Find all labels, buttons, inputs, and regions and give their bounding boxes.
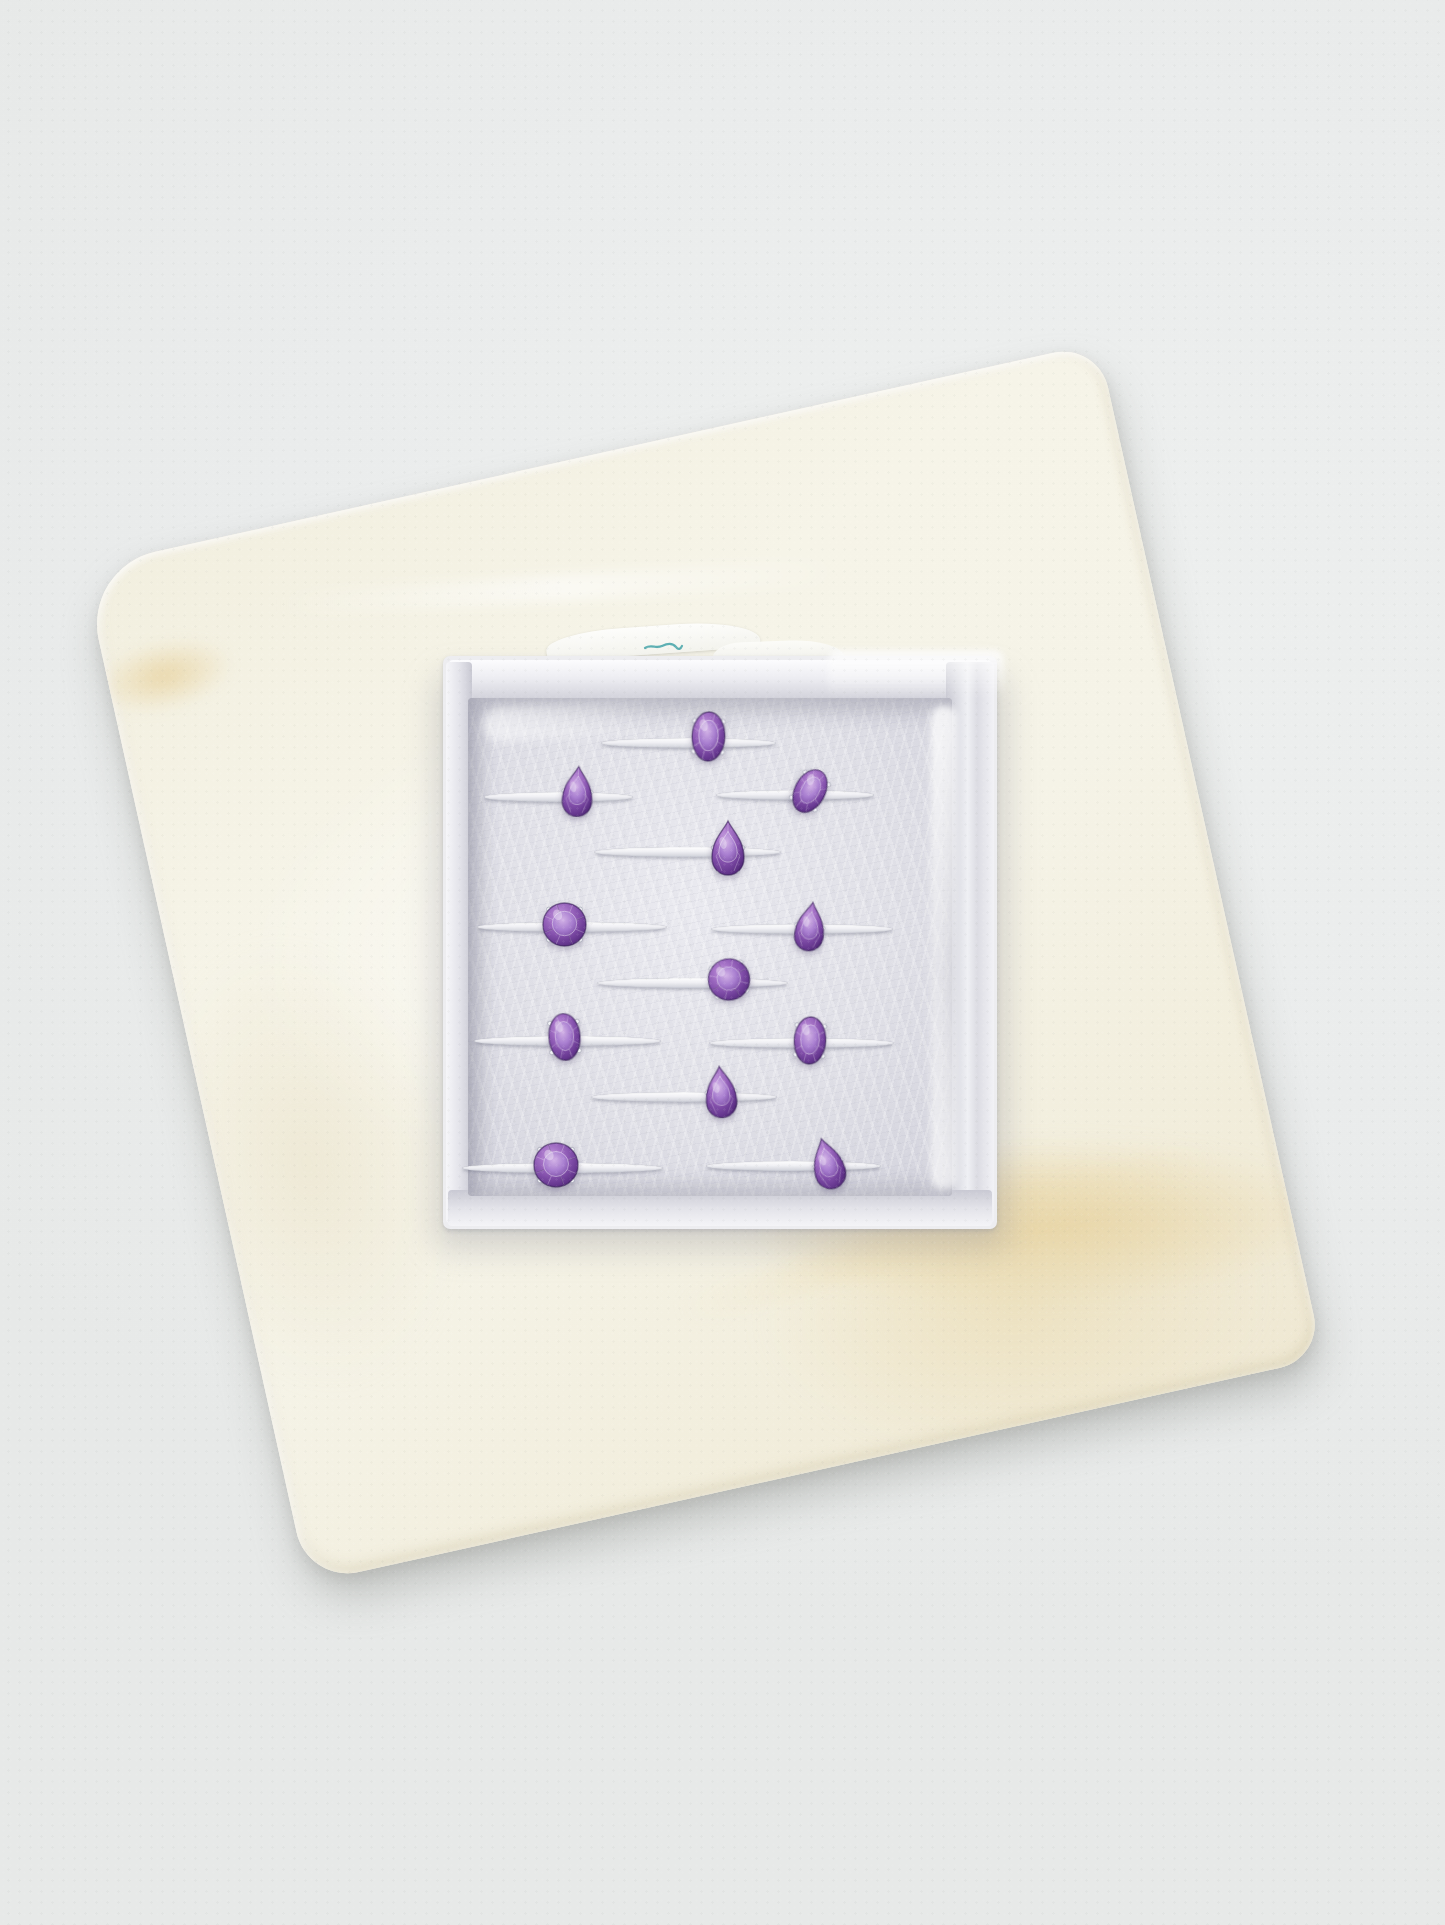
scene-photo [0, 0, 1445, 1925]
ring-stone-pear [789, 898, 831, 955]
ring-stone-pear [802, 1131, 853, 1196]
ring-stone-round [532, 1141, 580, 1189]
ring-stone-round [541, 901, 588, 948]
ring-stone-pear [708, 819, 748, 877]
ring-band [594, 847, 781, 857]
ring-band [706, 1161, 881, 1171]
ring-stone-pear [700, 1063, 742, 1122]
ring-stone-oval [689, 709, 728, 763]
ring-stone-pear [557, 762, 597, 821]
ring-stone-round [701, 952, 757, 1006]
rings-layer [0, 0, 1445, 1925]
ring-band [601, 738, 776, 748]
ring-band [591, 1092, 777, 1102]
ring-stone-oval [545, 1010, 584, 1064]
ring-stone-oval [783, 761, 836, 821]
ring-stone-oval [791, 1014, 830, 1067]
ring-band [597, 978, 788, 988]
